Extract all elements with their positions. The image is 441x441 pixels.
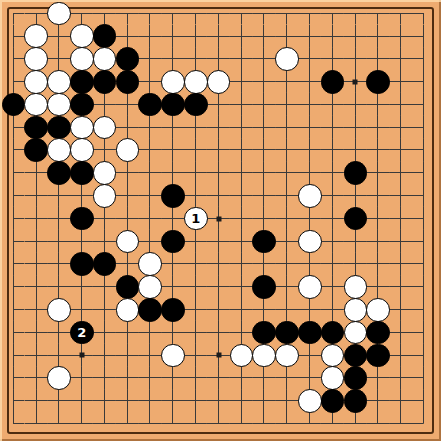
intersection-c9-r14 <box>184 298 207 321</box>
intersection-c3-r15 <box>48 321 71 344</box>
intersection-c13-r13 <box>276 276 299 299</box>
intersection-c15-r19 <box>321 412 344 435</box>
intersection-c11-r11 <box>230 230 253 253</box>
intersection-c15-r2 <box>321 25 344 48</box>
intersection-c19-r15 <box>412 321 435 344</box>
intersection-c14-r17 <box>298 367 321 390</box>
intersection-c4-r10 <box>70 207 93 230</box>
intersection-c11-r4 <box>230 70 253 93</box>
intersection-c15-r13 <box>321 276 344 299</box>
intersection-c15-r15 <box>321 321 344 344</box>
intersection-c4-r3 <box>70 48 93 71</box>
white-stone <box>138 275 162 299</box>
intersection-c7-r14 <box>139 298 162 321</box>
intersection-c18-r18 <box>390 390 413 413</box>
intersection-c17-r4 <box>367 70 390 93</box>
black-stone <box>161 184 185 208</box>
white-stone <box>70 24 94 48</box>
intersection-c1-r8 <box>2 162 25 185</box>
intersection-c8-r16 <box>162 344 185 367</box>
intersection-c16-r2 <box>344 25 367 48</box>
black-stone <box>161 230 185 254</box>
intersection-c17-r15 <box>367 321 390 344</box>
intersection-c3-r7 <box>48 139 71 162</box>
black-stone <box>344 366 368 390</box>
intersection-c3-r12 <box>48 253 71 276</box>
intersection-c11-r3 <box>230 48 253 71</box>
white-stone <box>184 70 208 94</box>
intersection-c9-r11 <box>184 230 207 253</box>
intersection-c14-r3 <box>298 48 321 71</box>
black-stone <box>344 161 368 185</box>
intersection-c10-r12 <box>207 253 230 276</box>
white-stone <box>93 47 117 71</box>
intersection-c12-r17 <box>253 367 276 390</box>
intersection-c3-r16 <box>48 344 71 367</box>
intersection-c9-r16 <box>184 344 207 367</box>
intersection-c9-r6 <box>184 116 207 139</box>
intersection-c12-r6 <box>253 116 276 139</box>
intersection-c16-r19 <box>344 412 367 435</box>
white-stone <box>344 298 368 322</box>
intersection-c13-r12 <box>276 253 299 276</box>
intersection-c5-r4 <box>93 70 116 93</box>
intersection-c14-r12 <box>298 253 321 276</box>
intersection-c18-r8 <box>390 162 413 185</box>
intersection-c12-r14 <box>253 298 276 321</box>
intersection-c11-r9 <box>230 184 253 207</box>
intersection-c14-r19 <box>298 412 321 435</box>
intersection-c7-r18 <box>139 390 162 413</box>
intersection-c2-r16 <box>25 344 48 367</box>
white-stone <box>321 344 345 368</box>
intersection-c2-r7 <box>25 139 48 162</box>
black-stone <box>24 138 48 162</box>
intersection-c12-r4 <box>253 70 276 93</box>
intersection-c16-r18 <box>344 390 367 413</box>
intersection-c10-r5 <box>207 93 230 116</box>
intersection-c7-r6 <box>139 116 162 139</box>
intersection-c8-r19 <box>162 412 185 435</box>
intersection-c4-r18 <box>70 390 93 413</box>
intersection-c11-r14 <box>230 298 253 321</box>
white-stone <box>344 321 368 345</box>
intersection-c18-r17 <box>390 367 413 390</box>
intersection-c8-r2 <box>162 25 185 48</box>
black-stone <box>366 344 390 368</box>
black-stone <box>116 47 140 71</box>
intersection-c3-r1 <box>48 2 71 25</box>
black-stone <box>47 116 71 140</box>
intersection-c6-r1 <box>116 2 139 25</box>
intersection-c12-r12 <box>253 253 276 276</box>
black-stone <box>70 207 94 231</box>
intersection-c13-r10 <box>276 207 299 230</box>
intersection-c3-r3 <box>48 48 71 71</box>
intersection-c14-r11 <box>298 230 321 253</box>
intersection-c1-r1 <box>2 2 25 25</box>
intersection-c14-r10 <box>298 207 321 230</box>
intersection-c8-r18 <box>162 390 185 413</box>
intersection-c12-r9 <box>253 184 276 207</box>
intersection-c4-r16 <box>70 344 93 367</box>
white-stone <box>116 298 140 322</box>
intersection-c9-r18 <box>184 390 207 413</box>
intersection-c8-r6 <box>162 116 185 139</box>
white-stone <box>275 47 299 71</box>
white-stone <box>93 161 117 185</box>
intersection-c16-r15 <box>344 321 367 344</box>
black-stone <box>366 321 390 345</box>
intersection-c10-r6 <box>207 116 230 139</box>
intersection-c9-r8 <box>184 162 207 185</box>
intersection-c7-r12 <box>139 253 162 276</box>
intersection-c16-r6 <box>344 116 367 139</box>
black-stone <box>47 161 71 185</box>
intersection-c1-r6 <box>2 116 25 139</box>
intersection-c5-r1 <box>93 2 116 25</box>
intersection-c6-r2 <box>116 25 139 48</box>
black-stone <box>344 344 368 368</box>
intersection-c4-r13 <box>70 276 93 299</box>
white-stone <box>207 70 231 94</box>
white-stone <box>47 366 71 390</box>
intersection-c17-r14 <box>367 298 390 321</box>
white-stone <box>70 47 94 71</box>
intersection-c8-r8 <box>162 162 185 185</box>
intersection-c8-r14 <box>162 298 185 321</box>
intersection-c11-r1 <box>230 2 253 25</box>
intersection-c7-r3 <box>139 48 162 71</box>
intersection-c16-r3 <box>344 48 367 71</box>
intersection-c16-r8 <box>344 162 367 185</box>
intersection-c16-r1 <box>344 2 367 25</box>
hoshi-point <box>79 353 84 358</box>
intersection-c18-r4 <box>390 70 413 93</box>
intersection-c10-r7 <box>207 139 230 162</box>
white-stone-move-1: 1 <box>184 207 208 231</box>
intersection-c8-r17 <box>162 367 185 390</box>
intersection-c19-r1 <box>412 2 435 25</box>
intersection-c2-r5 <box>25 93 48 116</box>
intersection-c2-r13 <box>25 276 48 299</box>
intersection-c14-r14 <box>298 298 321 321</box>
intersection-c12-r8 <box>253 162 276 185</box>
intersection-c6-r10 <box>116 207 139 230</box>
intersection-c5-r5 <box>93 93 116 116</box>
intersection-c10-r4 <box>207 70 230 93</box>
intersection-c4-r11 <box>70 230 93 253</box>
intersection-c8-r12 <box>162 253 185 276</box>
intersection-c1-r14 <box>2 298 25 321</box>
intersection-c4-r14 <box>70 298 93 321</box>
intersection-c11-r5 <box>230 93 253 116</box>
intersection-c11-r19 <box>230 412 253 435</box>
intersection-c13-r7 <box>276 139 299 162</box>
intersection-c17-r9 <box>367 184 390 207</box>
intersection-c6-r17 <box>116 367 139 390</box>
intersection-c18-r12 <box>390 253 413 276</box>
black-stone <box>93 70 117 94</box>
intersection-c17-r19 <box>367 412 390 435</box>
black-stone <box>344 207 368 231</box>
black-stone <box>321 70 345 94</box>
intersection-c17-r3 <box>367 48 390 71</box>
intersection-c17-r8 <box>367 162 390 185</box>
white-stone <box>252 344 276 368</box>
white-stone <box>47 2 71 26</box>
intersection-c6-r11 <box>116 230 139 253</box>
intersection-c15-r5 <box>321 93 344 116</box>
intersection-c2-r8 <box>25 162 48 185</box>
intersection-c5-r13 <box>93 276 116 299</box>
intersection-c19-r7 <box>412 139 435 162</box>
intersection-c5-r16 <box>93 344 116 367</box>
intersection-c2-r2 <box>25 25 48 48</box>
white-stone <box>161 344 185 368</box>
intersection-c10-r1 <box>207 2 230 25</box>
intersection-c5-r10 <box>93 207 116 230</box>
black-stone <box>298 321 322 345</box>
intersection-c15-r1 <box>321 2 344 25</box>
intersection-c10-r17 <box>207 367 230 390</box>
intersection-c17-r2 <box>367 25 390 48</box>
intersection-c1-r10 <box>2 207 25 230</box>
white-stone <box>366 298 390 322</box>
intersection-c12-r3 <box>253 48 276 71</box>
intersection-c15-r14 <box>321 298 344 321</box>
intersection-c1-r11 <box>2 230 25 253</box>
intersection-c5-r14 <box>93 298 116 321</box>
intersection-c17-r11 <box>367 230 390 253</box>
intersection-c6-r4 <box>116 70 139 93</box>
intersection-c6-r19 <box>116 412 139 435</box>
intersection-c1-r18 <box>2 390 25 413</box>
intersection-c7-r2 <box>139 25 162 48</box>
intersection-c11-r13 <box>230 276 253 299</box>
intersection-c1-r5 <box>2 93 25 116</box>
white-stone <box>161 70 185 94</box>
intersection-c17-r12 <box>367 253 390 276</box>
black-stone <box>93 252 117 276</box>
intersection-c4-r8 <box>70 162 93 185</box>
intersection-c7-r17 <box>139 367 162 390</box>
intersection-c16-r14 <box>344 298 367 321</box>
intersection-c16-r5 <box>344 93 367 116</box>
black-stone <box>138 298 162 322</box>
intersection-c17-r6 <box>367 116 390 139</box>
intersection-c14-r4 <box>298 70 321 93</box>
intersection-c9-r15 <box>184 321 207 344</box>
intersection-c11-r16 <box>230 344 253 367</box>
intersection-c7-r16 <box>139 344 162 367</box>
intersection-c16-r12 <box>344 253 367 276</box>
intersection-c15-r4 <box>321 70 344 93</box>
intersection-c14-r9 <box>298 184 321 207</box>
intersection-c9-r2 <box>184 25 207 48</box>
intersection-c6-r8 <box>116 162 139 185</box>
intersection-c4-r6 <box>70 116 93 139</box>
intersection-c8-r4 <box>162 70 185 93</box>
intersection-c10-r14 <box>207 298 230 321</box>
intersection-c7-r10 <box>139 207 162 230</box>
black-stone <box>161 298 185 322</box>
intersection-c15-r8 <box>321 162 344 185</box>
intersection-c2-r11 <box>25 230 48 253</box>
intersection-c16-r9 <box>344 184 367 207</box>
intersection-c4-r4 <box>70 70 93 93</box>
intersection-c12-r11 <box>253 230 276 253</box>
intersection-c14-r2 <box>298 25 321 48</box>
intersection-c10-r16 <box>207 344 230 367</box>
white-stone <box>116 230 140 254</box>
intersection-c9-r7 <box>184 139 207 162</box>
intersection-c10-r11 <box>207 230 230 253</box>
intersection-c16-r13 <box>344 276 367 299</box>
intersection-c5-r6 <box>93 116 116 139</box>
intersection-c3-r19 <box>48 412 71 435</box>
go-grid: 12 <box>2 2 435 435</box>
intersection-c18-r3 <box>390 48 413 71</box>
intersection-c6-r6 <box>116 116 139 139</box>
intersection-c19-r10 <box>412 207 435 230</box>
white-stone <box>298 389 322 413</box>
intersection-c10-r10 <box>207 207 230 230</box>
intersection-c5-r18 <box>93 390 116 413</box>
intersection-c19-r8 <box>412 162 435 185</box>
intersection-c10-r3 <box>207 48 230 71</box>
hoshi-point <box>216 216 221 221</box>
intersection-c18-r9 <box>390 184 413 207</box>
black-stone <box>93 24 117 48</box>
intersection-c8-r11 <box>162 230 185 253</box>
black-stone <box>70 93 94 117</box>
intersection-c2-r12 <box>25 253 48 276</box>
intersection-c13-r15 <box>276 321 299 344</box>
intersection-c14-r5 <box>298 93 321 116</box>
intersection-c5-r11 <box>93 230 116 253</box>
black-stone <box>366 70 390 94</box>
intersection-c19-r11 <box>412 230 435 253</box>
intersection-c13-r8 <box>276 162 299 185</box>
intersection-c6-r16 <box>116 344 139 367</box>
intersection-c13-r3 <box>276 48 299 71</box>
intersection-c15-r9 <box>321 184 344 207</box>
go-board: 12 <box>0 0 441 441</box>
black-stone <box>321 321 345 345</box>
intersection-c4-r17 <box>70 367 93 390</box>
black-stone <box>252 230 276 254</box>
white-stone <box>298 275 322 299</box>
intersection-c18-r19 <box>390 412 413 435</box>
intersection-c16-r17 <box>344 367 367 390</box>
intersection-c15-r18 <box>321 390 344 413</box>
black-stone <box>70 161 94 185</box>
intersection-c7-r7 <box>139 139 162 162</box>
intersection-c2-r19 <box>25 412 48 435</box>
intersection-c9-r12 <box>184 253 207 276</box>
intersection-c11-r17 <box>230 367 253 390</box>
intersection-c1-r7 <box>2 139 25 162</box>
intersection-c18-r5 <box>390 93 413 116</box>
white-stone <box>298 230 322 254</box>
black-stone <box>344 389 368 413</box>
black-stone <box>116 275 140 299</box>
intersection-c1-r16 <box>2 344 25 367</box>
white-stone <box>70 116 94 140</box>
intersection-c15-r11 <box>321 230 344 253</box>
intersection-c2-r3 <box>25 48 48 71</box>
intersection-c13-r6 <box>276 116 299 139</box>
intersection-c6-r9 <box>116 184 139 207</box>
intersection-c19-r6 <box>412 116 435 139</box>
intersection-c3-r10 <box>48 207 71 230</box>
intersection-c1-r15 <box>2 321 25 344</box>
intersection-c14-r7 <box>298 139 321 162</box>
intersection-c16-r10 <box>344 207 367 230</box>
intersection-c9-r4 <box>184 70 207 93</box>
intersection-c11-r8 <box>230 162 253 185</box>
black-stone <box>70 70 94 94</box>
intersection-c13-r9 <box>276 184 299 207</box>
intersection-c7-r1 <box>139 2 162 25</box>
intersection-c4-r2 <box>70 25 93 48</box>
intersection-c1-r19 <box>2 412 25 435</box>
intersection-c11-r15 <box>230 321 253 344</box>
intersection-c10-r9 <box>207 184 230 207</box>
intersection-c11-r2 <box>230 25 253 48</box>
intersection-c19-r4 <box>412 70 435 93</box>
intersection-c19-r9 <box>412 184 435 207</box>
intersection-c2-r18 <box>25 390 48 413</box>
intersection-c2-r4 <box>25 70 48 93</box>
intersection-c2-r1 <box>25 2 48 25</box>
intersection-c19-r16 <box>412 344 435 367</box>
intersection-c3-r18 <box>48 390 71 413</box>
intersection-c12-r18 <box>253 390 276 413</box>
black-stone <box>24 116 48 140</box>
intersection-c8-r15 <box>162 321 185 344</box>
black-stone <box>184 93 208 117</box>
intersection-c9-r19 <box>184 412 207 435</box>
intersection-c12-r13 <box>253 276 276 299</box>
white-stone <box>116 138 140 162</box>
white-stone <box>138 252 162 276</box>
intersection-c1-r13 <box>2 276 25 299</box>
intersection-c14-r16 <box>298 344 321 367</box>
intersection-c7-r13 <box>139 276 162 299</box>
intersection-c6-r3 <box>116 48 139 71</box>
intersection-c14-r15 <box>298 321 321 344</box>
intersection-c16-r11 <box>344 230 367 253</box>
intersection-c8-r9 <box>162 184 185 207</box>
intersection-c18-r10 <box>390 207 413 230</box>
intersection-c19-r17 <box>412 367 435 390</box>
intersection-c10-r13 <box>207 276 230 299</box>
intersection-c1-r9 <box>2 184 25 207</box>
intersection-c4-r7 <box>70 139 93 162</box>
intersection-c17-r1 <box>367 2 390 25</box>
intersection-c17-r17 <box>367 367 390 390</box>
intersection-c7-r19 <box>139 412 162 435</box>
intersection-c3-r6 <box>48 116 71 139</box>
intersection-c13-r16 <box>276 344 299 367</box>
intersection-c4-r1 <box>70 2 93 25</box>
white-stone <box>24 47 48 71</box>
white-stone <box>24 70 48 94</box>
intersection-c9-r5 <box>184 93 207 116</box>
white-stone <box>93 184 117 208</box>
